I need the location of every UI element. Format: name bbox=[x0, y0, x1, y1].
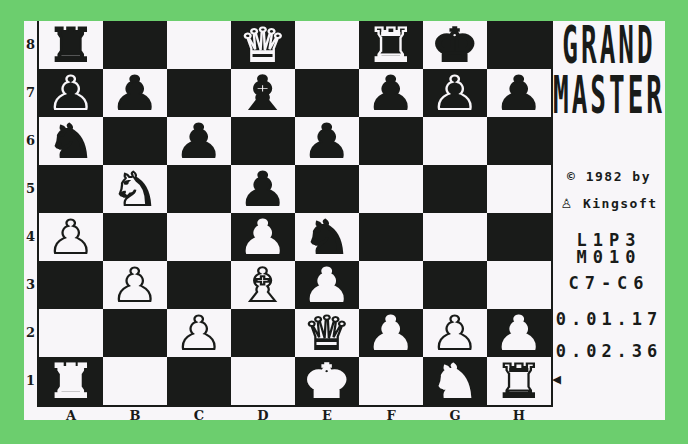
pawn-icon: ♙ bbox=[560, 196, 573, 211]
square-a6[interactable]: ♞ bbox=[39, 117, 103, 165]
black-knight: ♞ bbox=[303, 214, 350, 260]
publisher-text: Kingsoft bbox=[583, 196, 658, 211]
black-pawn: ♟ bbox=[495, 70, 542, 116]
file-label-b: B bbox=[103, 409, 167, 423]
square-f2[interactable]: ♟ bbox=[359, 309, 423, 357]
square-a2[interactable] bbox=[39, 309, 103, 357]
game-screen: 87654321 ♜♛♜♚♟♟♝♟♟♟♞♟♟♞♟♟♟♞♟♝♟♟♛♟♟♟♜♚♞♜ … bbox=[24, 21, 665, 420]
square-c8[interactable] bbox=[167, 21, 231, 69]
square-h7[interactable]: ♟ bbox=[487, 69, 551, 117]
square-a3[interactable] bbox=[39, 261, 103, 309]
square-f4[interactable] bbox=[359, 213, 423, 261]
square-f3[interactable] bbox=[359, 261, 423, 309]
square-g6[interactable] bbox=[423, 117, 487, 165]
white-knight: ♞ bbox=[111, 166, 158, 212]
square-c7[interactable] bbox=[167, 69, 231, 117]
black-knight: ♞ bbox=[47, 118, 94, 164]
square-d1[interactable] bbox=[231, 357, 295, 405]
sidebar: GRAND MASTER © 1982 by ♙ Kingsoft L1P3 M… bbox=[553, 21, 665, 420]
square-g5[interactable] bbox=[423, 165, 487, 213]
white-pawn: ♟ bbox=[111, 262, 158, 308]
black-pawn: ♟ bbox=[47, 70, 94, 116]
square-g2[interactable]: ♟ bbox=[423, 309, 487, 357]
file-label-h: H bbox=[487, 409, 551, 423]
white-queen: ♛ bbox=[303, 310, 350, 356]
square-g4[interactable] bbox=[423, 213, 487, 261]
rank-labels: 87654321 bbox=[24, 21, 37, 405]
rank-label-6: 6 bbox=[24, 117, 37, 165]
rank-label-4: 4 bbox=[24, 213, 37, 261]
square-a8[interactable]: ♜ bbox=[39, 21, 103, 69]
black-clock: 0.02.36 bbox=[553, 341, 665, 361]
square-b6[interactable] bbox=[103, 117, 167, 165]
square-b8[interactable] bbox=[103, 21, 167, 69]
square-a1[interactable]: ♜ bbox=[39, 357, 103, 405]
white-knight: ♞ bbox=[431, 358, 478, 404]
square-h2[interactable]: ♟ bbox=[487, 309, 551, 357]
white-rook: ♜ bbox=[495, 358, 542, 404]
title-text-master: MASTER bbox=[553, 73, 665, 117]
square-e8[interactable] bbox=[295, 21, 359, 69]
black-king: ♚ bbox=[431, 22, 478, 68]
square-a5[interactable] bbox=[39, 165, 103, 213]
move-number-display: M010 bbox=[553, 247, 665, 267]
square-f8[interactable]: ♜ bbox=[359, 21, 423, 69]
file-label-c: C bbox=[167, 409, 231, 423]
white-pawn: ♟ bbox=[239, 214, 286, 260]
square-f7[interactable]: ♟ bbox=[359, 69, 423, 117]
rank-label-7: 7 bbox=[24, 69, 37, 117]
square-d7[interactable]: ♝ bbox=[231, 69, 295, 117]
square-c3[interactable] bbox=[167, 261, 231, 309]
square-b4[interactable] bbox=[103, 213, 167, 261]
square-b2[interactable] bbox=[103, 309, 167, 357]
white-pawn: ♟ bbox=[495, 310, 542, 356]
chess-board: ♜♛♜♚♟♟♝♟♟♟♞♟♟♞♟♟♟♞♟♝♟♟♛♟♟♟♜♚♞♜ bbox=[37, 21, 553, 407]
square-d4[interactable]: ♟ bbox=[231, 213, 295, 261]
square-h8[interactable] bbox=[487, 21, 551, 69]
file-label-d: D bbox=[231, 409, 295, 423]
move-cursor-icon: ◀ bbox=[552, 370, 568, 388]
white-clock: 0.01.17 bbox=[553, 309, 665, 329]
square-c4[interactable] bbox=[167, 213, 231, 261]
white-rook: ♜ bbox=[47, 358, 94, 404]
square-e2[interactable]: ♛ bbox=[295, 309, 359, 357]
black-pawn: ♟ bbox=[303, 118, 350, 164]
black-pawn: ♟ bbox=[367, 70, 414, 116]
square-e3[interactable]: ♟ bbox=[295, 261, 359, 309]
square-e7[interactable] bbox=[295, 69, 359, 117]
square-h1[interactable]: ♜ bbox=[487, 357, 551, 405]
square-h4[interactable] bbox=[487, 213, 551, 261]
square-d6[interactable] bbox=[231, 117, 295, 165]
file-label-a: A bbox=[39, 409, 103, 423]
square-h5[interactable] bbox=[487, 165, 551, 213]
square-e6[interactable]: ♟ bbox=[295, 117, 359, 165]
black-bishop: ♝ bbox=[239, 70, 286, 116]
square-h6[interactable] bbox=[487, 117, 551, 165]
file-label-g: G bbox=[423, 409, 487, 423]
square-f1[interactable] bbox=[359, 357, 423, 405]
title-text-grand: GRAND bbox=[562, 23, 655, 67]
black-pawn: ♟ bbox=[239, 166, 286, 212]
white-pawn: ♟ bbox=[303, 262, 350, 308]
square-g8[interactable]: ♚ bbox=[423, 21, 487, 69]
black-pawn: ♟ bbox=[111, 70, 158, 116]
square-c5[interactable] bbox=[167, 165, 231, 213]
rank-label-1: 1 bbox=[24, 357, 37, 405]
square-c6[interactable]: ♟ bbox=[167, 117, 231, 165]
square-e4[interactable]: ♞ bbox=[295, 213, 359, 261]
square-f5[interactable] bbox=[359, 165, 423, 213]
square-d3[interactable]: ♝ bbox=[231, 261, 295, 309]
file-label-e: E bbox=[295, 409, 359, 423]
file-labels: ABCDEFGH bbox=[39, 409, 551, 423]
black-rook: ♜ bbox=[47, 22, 94, 68]
square-a7[interactable]: ♟ bbox=[39, 69, 103, 117]
last-move-display: C7-C6 bbox=[553, 273, 665, 293]
square-c2[interactable]: ♟ bbox=[167, 309, 231, 357]
white-pawn: ♟ bbox=[367, 310, 414, 356]
square-d2[interactable] bbox=[231, 309, 295, 357]
black-queen: ♛ bbox=[239, 22, 286, 68]
white-pawn: ♟ bbox=[175, 310, 222, 356]
black-pawn: ♟ bbox=[175, 118, 222, 164]
rank-label-5: 5 bbox=[24, 165, 37, 213]
white-pawn: ♟ bbox=[431, 310, 478, 356]
square-d5[interactable]: ♟ bbox=[231, 165, 295, 213]
white-pawn: ♟ bbox=[47, 214, 94, 260]
app-title-line-1: GRAND bbox=[553, 23, 665, 67]
square-b1[interactable] bbox=[103, 357, 167, 405]
square-g7[interactable]: ♟ bbox=[423, 69, 487, 117]
square-g3[interactable] bbox=[423, 261, 487, 309]
square-c1[interactable] bbox=[167, 357, 231, 405]
square-b5[interactable]: ♞ bbox=[103, 165, 167, 213]
square-b7[interactable]: ♟ bbox=[103, 69, 167, 117]
square-g1[interactable]: ♞ bbox=[423, 357, 487, 405]
square-b3[interactable]: ♟ bbox=[103, 261, 167, 309]
black-pawn: ♟ bbox=[431, 70, 478, 116]
white-king: ♚ bbox=[303, 358, 350, 404]
copyright-text: © 1982 by bbox=[553, 169, 665, 184]
rank-label-8: 8 bbox=[24, 21, 37, 69]
square-h3[interactable] bbox=[487, 261, 551, 309]
black-rook: ♜ bbox=[367, 22, 414, 68]
app-title-line-2: MASTER bbox=[553, 73, 665, 117]
square-e5[interactable] bbox=[295, 165, 359, 213]
square-d8[interactable]: ♛ bbox=[231, 21, 295, 69]
white-bishop: ♝ bbox=[239, 262, 286, 308]
publisher-line: ♙ Kingsoft bbox=[553, 196, 665, 211]
square-e1[interactable]: ♚ bbox=[295, 357, 359, 405]
square-f6[interactable] bbox=[359, 117, 423, 165]
rank-label-2: 2 bbox=[24, 309, 37, 357]
square-a4[interactable]: ♟ bbox=[39, 213, 103, 261]
file-label-f: F bbox=[359, 409, 423, 423]
rank-label-3: 3 bbox=[24, 261, 37, 309]
